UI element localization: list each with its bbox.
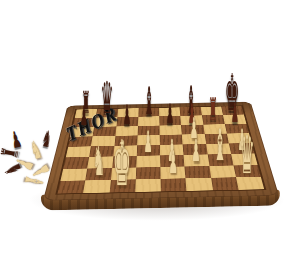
square-g6 [203, 124, 227, 134]
tray-piece-light-knight: ♞ [28, 137, 45, 164]
tray-piece-light-pawn: ♟ [13, 155, 38, 173]
square-a3 [63, 157, 89, 169]
square-e5 [160, 134, 183, 145]
square-a1 [58, 180, 86, 193]
square-f3 [184, 155, 209, 167]
square-e1 [161, 178, 187, 191]
square-d1 [135, 179, 161, 192]
square-g2 [209, 165, 236, 177]
square-f4 [183, 144, 207, 155]
square-h2 [233, 165, 261, 177]
square-f2 [185, 166, 211, 178]
square-e6 [159, 125, 182, 135]
square-d2 [136, 167, 161, 179]
tray-piece-dark-pawn: ♟ [9, 128, 24, 152]
square-c5 [114, 135, 137, 146]
square-f6 [181, 124, 204, 134]
square-f5 [182, 134, 206, 144]
square-g5 [204, 133, 228, 143]
square-e2 [160, 166, 185, 178]
square-h1 [236, 177, 264, 190]
tray-piece-dark-rook: ♜ [0, 146, 22, 160]
chess-set-product-photo: THOR ♜♛♝♝♚♟♟♟♟♜♟♟♟♟♟♟♝♞♝♟♛♚ ♟♞♜♞♞♟♟♝ [0, 0, 300, 257]
square-g7 [202, 115, 225, 124]
square-d5 [137, 135, 160, 146]
square-c1 [109, 179, 135, 192]
square-h7 [223, 115, 247, 124]
tray-piece-dark-knight: ♞ [40, 127, 55, 151]
square-b4 [89, 146, 114, 157]
square-b3 [87, 157, 112, 169]
square-d7 [138, 116, 160, 125]
square-g3 [207, 154, 233, 166]
square-a2 [60, 168, 87, 181]
square-a4 [66, 146, 91, 157]
square-h3 [231, 154, 258, 166]
square-e4 [160, 144, 184, 155]
square-g4 [206, 143, 231, 154]
square-h6 [225, 124, 249, 134]
square-e3 [160, 155, 185, 167]
square-d4 [137, 145, 161, 156]
square-b1 [83, 180, 110, 193]
square-c6 [115, 126, 138, 136]
square-b5 [91, 136, 115, 147]
square-c4 [113, 145, 137, 156]
square-f1 [186, 178, 213, 191]
square-e7 [159, 116, 181, 125]
square-d6 [137, 125, 159, 135]
square-c2 [111, 167, 137, 179]
square-d3 [136, 156, 160, 168]
square-c3 [112, 156, 137, 168]
square-f7 [180, 115, 202, 124]
square-h5 [227, 133, 252, 143]
tray-piece-dark-knight: ♞ [1, 160, 26, 178]
square-b2 [85, 168, 111, 180]
square-g1 [211, 177, 239, 190]
square-h4 [229, 143, 255, 154]
